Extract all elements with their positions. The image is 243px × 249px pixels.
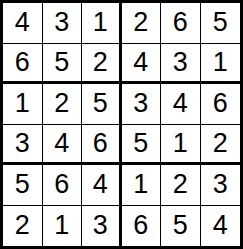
sudoku-board: 4 3 1 2 6 5 6 5 2 4 3 1 1 2 5 3 4 6 3 4 … (0, 0, 243, 249)
cell-r1c3[interactable]: 1 (82, 3, 122, 44)
cell-r2c6[interactable]: 1 (201, 44, 241, 85)
cell-r3c6[interactable]: 6 (201, 84, 241, 125)
cell-r5c5[interactable]: 2 (161, 165, 201, 206)
cell-r4c1[interactable]: 3 (3, 125, 43, 166)
cell-r4c2[interactable]: 4 (43, 125, 83, 166)
cell-r3c5[interactable]: 4 (161, 84, 201, 125)
cell-r5c2[interactable]: 6 (43, 165, 83, 206)
cell-r3c2[interactable]: 2 (43, 84, 83, 125)
cell-r6c5[interactable]: 5 (161, 206, 201, 247)
cell-r1c5[interactable]: 6 (161, 3, 201, 44)
cell-r6c2[interactable]: 1 (43, 206, 83, 247)
cell-r3c1[interactable]: 1 (3, 84, 43, 125)
cell-r1c2[interactable]: 3 (43, 3, 83, 44)
cell-r2c1[interactable]: 6 (3, 44, 43, 85)
cell-r6c1[interactable]: 2 (3, 206, 43, 247)
cell-r2c2[interactable]: 5 (43, 44, 83, 85)
cell-r6c6[interactable]: 4 (201, 206, 241, 247)
cell-r3c3[interactable]: 5 (82, 84, 122, 125)
cell-r1c1[interactable]: 4 (3, 3, 43, 44)
cell-r4c6[interactable]: 2 (201, 125, 241, 166)
cell-r1c6[interactable]: 5 (201, 3, 241, 44)
cell-r5c6[interactable]: 3 (201, 165, 241, 206)
cell-r5c4[interactable]: 1 (122, 165, 162, 206)
cell-r3c4[interactable]: 3 (122, 84, 162, 125)
cell-r6c3[interactable]: 3 (82, 206, 122, 247)
cell-r2c3[interactable]: 2 (82, 44, 122, 85)
cell-r5c1[interactable]: 5 (3, 165, 43, 206)
cell-r4c4[interactable]: 5 (122, 125, 162, 166)
cell-r2c4[interactable]: 4 (122, 44, 162, 85)
cell-r4c5[interactable]: 1 (161, 125, 201, 166)
cell-r5c3[interactable]: 4 (82, 165, 122, 206)
cell-r1c4[interactable]: 2 (122, 3, 162, 44)
cell-r2c5[interactable]: 3 (161, 44, 201, 85)
cell-r6c4[interactable]: 6 (122, 206, 162, 247)
cell-r4c3[interactable]: 6 (82, 125, 122, 166)
